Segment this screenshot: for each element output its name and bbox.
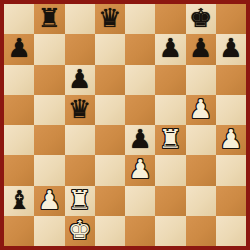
square-e1[interactable] [125,216,155,246]
square-e4[interactable]: ♟ [125,125,155,155]
square-e5[interactable] [125,95,155,125]
chess-board: ♜♛♚♟♟♟♟♟♛♟♟♜♟♟♝♟♜♚ [0,0,250,250]
square-d5[interactable] [95,95,125,125]
square-a5[interactable] [4,95,34,125]
square-a2[interactable]: ♝ [4,186,34,216]
square-c7[interactable] [65,34,95,64]
square-c3[interactable] [65,155,95,185]
square-c8[interactable] [65,4,95,34]
square-e3[interactable]: ♟ [125,155,155,185]
white-king-icon[interactable]: ♚ [68,217,91,243]
square-e7[interactable] [125,34,155,64]
square-h5[interactable] [216,95,246,125]
square-b4[interactable] [34,125,64,155]
square-b3[interactable] [34,155,64,185]
square-b5[interactable] [34,95,64,125]
square-h4[interactable]: ♟ [216,125,246,155]
square-a6[interactable] [4,65,34,95]
square-a8[interactable] [4,4,34,34]
square-g8[interactable]: ♚ [186,4,216,34]
black-rook-icon[interactable]: ♜ [38,5,61,31]
white-rook-icon[interactable]: ♜ [68,187,91,213]
square-a1[interactable] [4,216,34,246]
square-e8[interactable] [125,4,155,34]
square-f8[interactable] [155,4,185,34]
square-d1[interactable] [95,216,125,246]
square-c6[interactable]: ♟ [65,65,95,95]
square-a4[interactable] [4,125,34,155]
square-g5[interactable]: ♟ [186,95,216,125]
square-g7[interactable]: ♟ [186,34,216,64]
black-pawn-icon[interactable]: ♟ [189,35,212,61]
square-f2[interactable] [155,186,185,216]
square-h2[interactable] [216,186,246,216]
square-b1[interactable] [34,216,64,246]
square-e6[interactable] [125,65,155,95]
square-d8[interactable]: ♛ [95,4,125,34]
white-rook-icon[interactable]: ♜ [159,126,182,152]
black-pawn-icon[interactable]: ♟ [219,35,242,61]
square-f5[interactable] [155,95,185,125]
square-h6[interactable] [216,65,246,95]
square-g3[interactable] [186,155,216,185]
square-h7[interactable]: ♟ [216,34,246,64]
square-h3[interactable] [216,155,246,185]
white-pawn-icon[interactable]: ♟ [219,126,242,152]
square-f4[interactable]: ♜ [155,125,185,155]
square-g1[interactable] [186,216,216,246]
black-pawn-icon[interactable]: ♟ [7,35,30,61]
black-king-icon[interactable]: ♚ [189,5,212,31]
square-g6[interactable] [186,65,216,95]
square-d7[interactable] [95,34,125,64]
square-c1[interactable]: ♚ [65,216,95,246]
black-pawn-icon[interactable]: ♟ [128,126,151,152]
square-b8[interactable]: ♜ [34,4,64,34]
square-d6[interactable] [95,65,125,95]
square-c5[interactable]: ♛ [65,95,95,125]
white-pawn-icon[interactable]: ♟ [128,156,151,182]
black-pawn-icon[interactable]: ♟ [68,66,91,92]
square-d3[interactable] [95,155,125,185]
square-h1[interactable] [216,216,246,246]
square-a7[interactable]: ♟ [4,34,34,64]
white-pawn-icon[interactable]: ♟ [38,187,61,213]
square-f1[interactable] [155,216,185,246]
black-queen-icon[interactable]: ♛ [98,5,121,31]
black-bishop-icon[interactable]: ♝ [7,187,30,213]
square-d2[interactable] [95,186,125,216]
white-pawn-icon[interactable]: ♟ [189,96,212,122]
square-b6[interactable] [34,65,64,95]
black-queen-icon[interactable]: ♛ [68,96,91,122]
square-b2[interactable]: ♟ [34,186,64,216]
square-a3[interactable] [4,155,34,185]
square-f6[interactable] [155,65,185,95]
board-grid: ♜♛♚♟♟♟♟♟♛♟♟♜♟♟♝♟♜♚ [4,4,246,246]
square-c2[interactable]: ♜ [65,186,95,216]
black-pawn-icon[interactable]: ♟ [159,35,182,61]
square-g2[interactable] [186,186,216,216]
square-h8[interactable] [216,4,246,34]
square-b7[interactable] [34,34,64,64]
square-f3[interactable] [155,155,185,185]
square-d4[interactable] [95,125,125,155]
square-c4[interactable] [65,125,95,155]
square-e2[interactable] [125,186,155,216]
square-g4[interactable] [186,125,216,155]
square-f7[interactable]: ♟ [155,34,185,64]
